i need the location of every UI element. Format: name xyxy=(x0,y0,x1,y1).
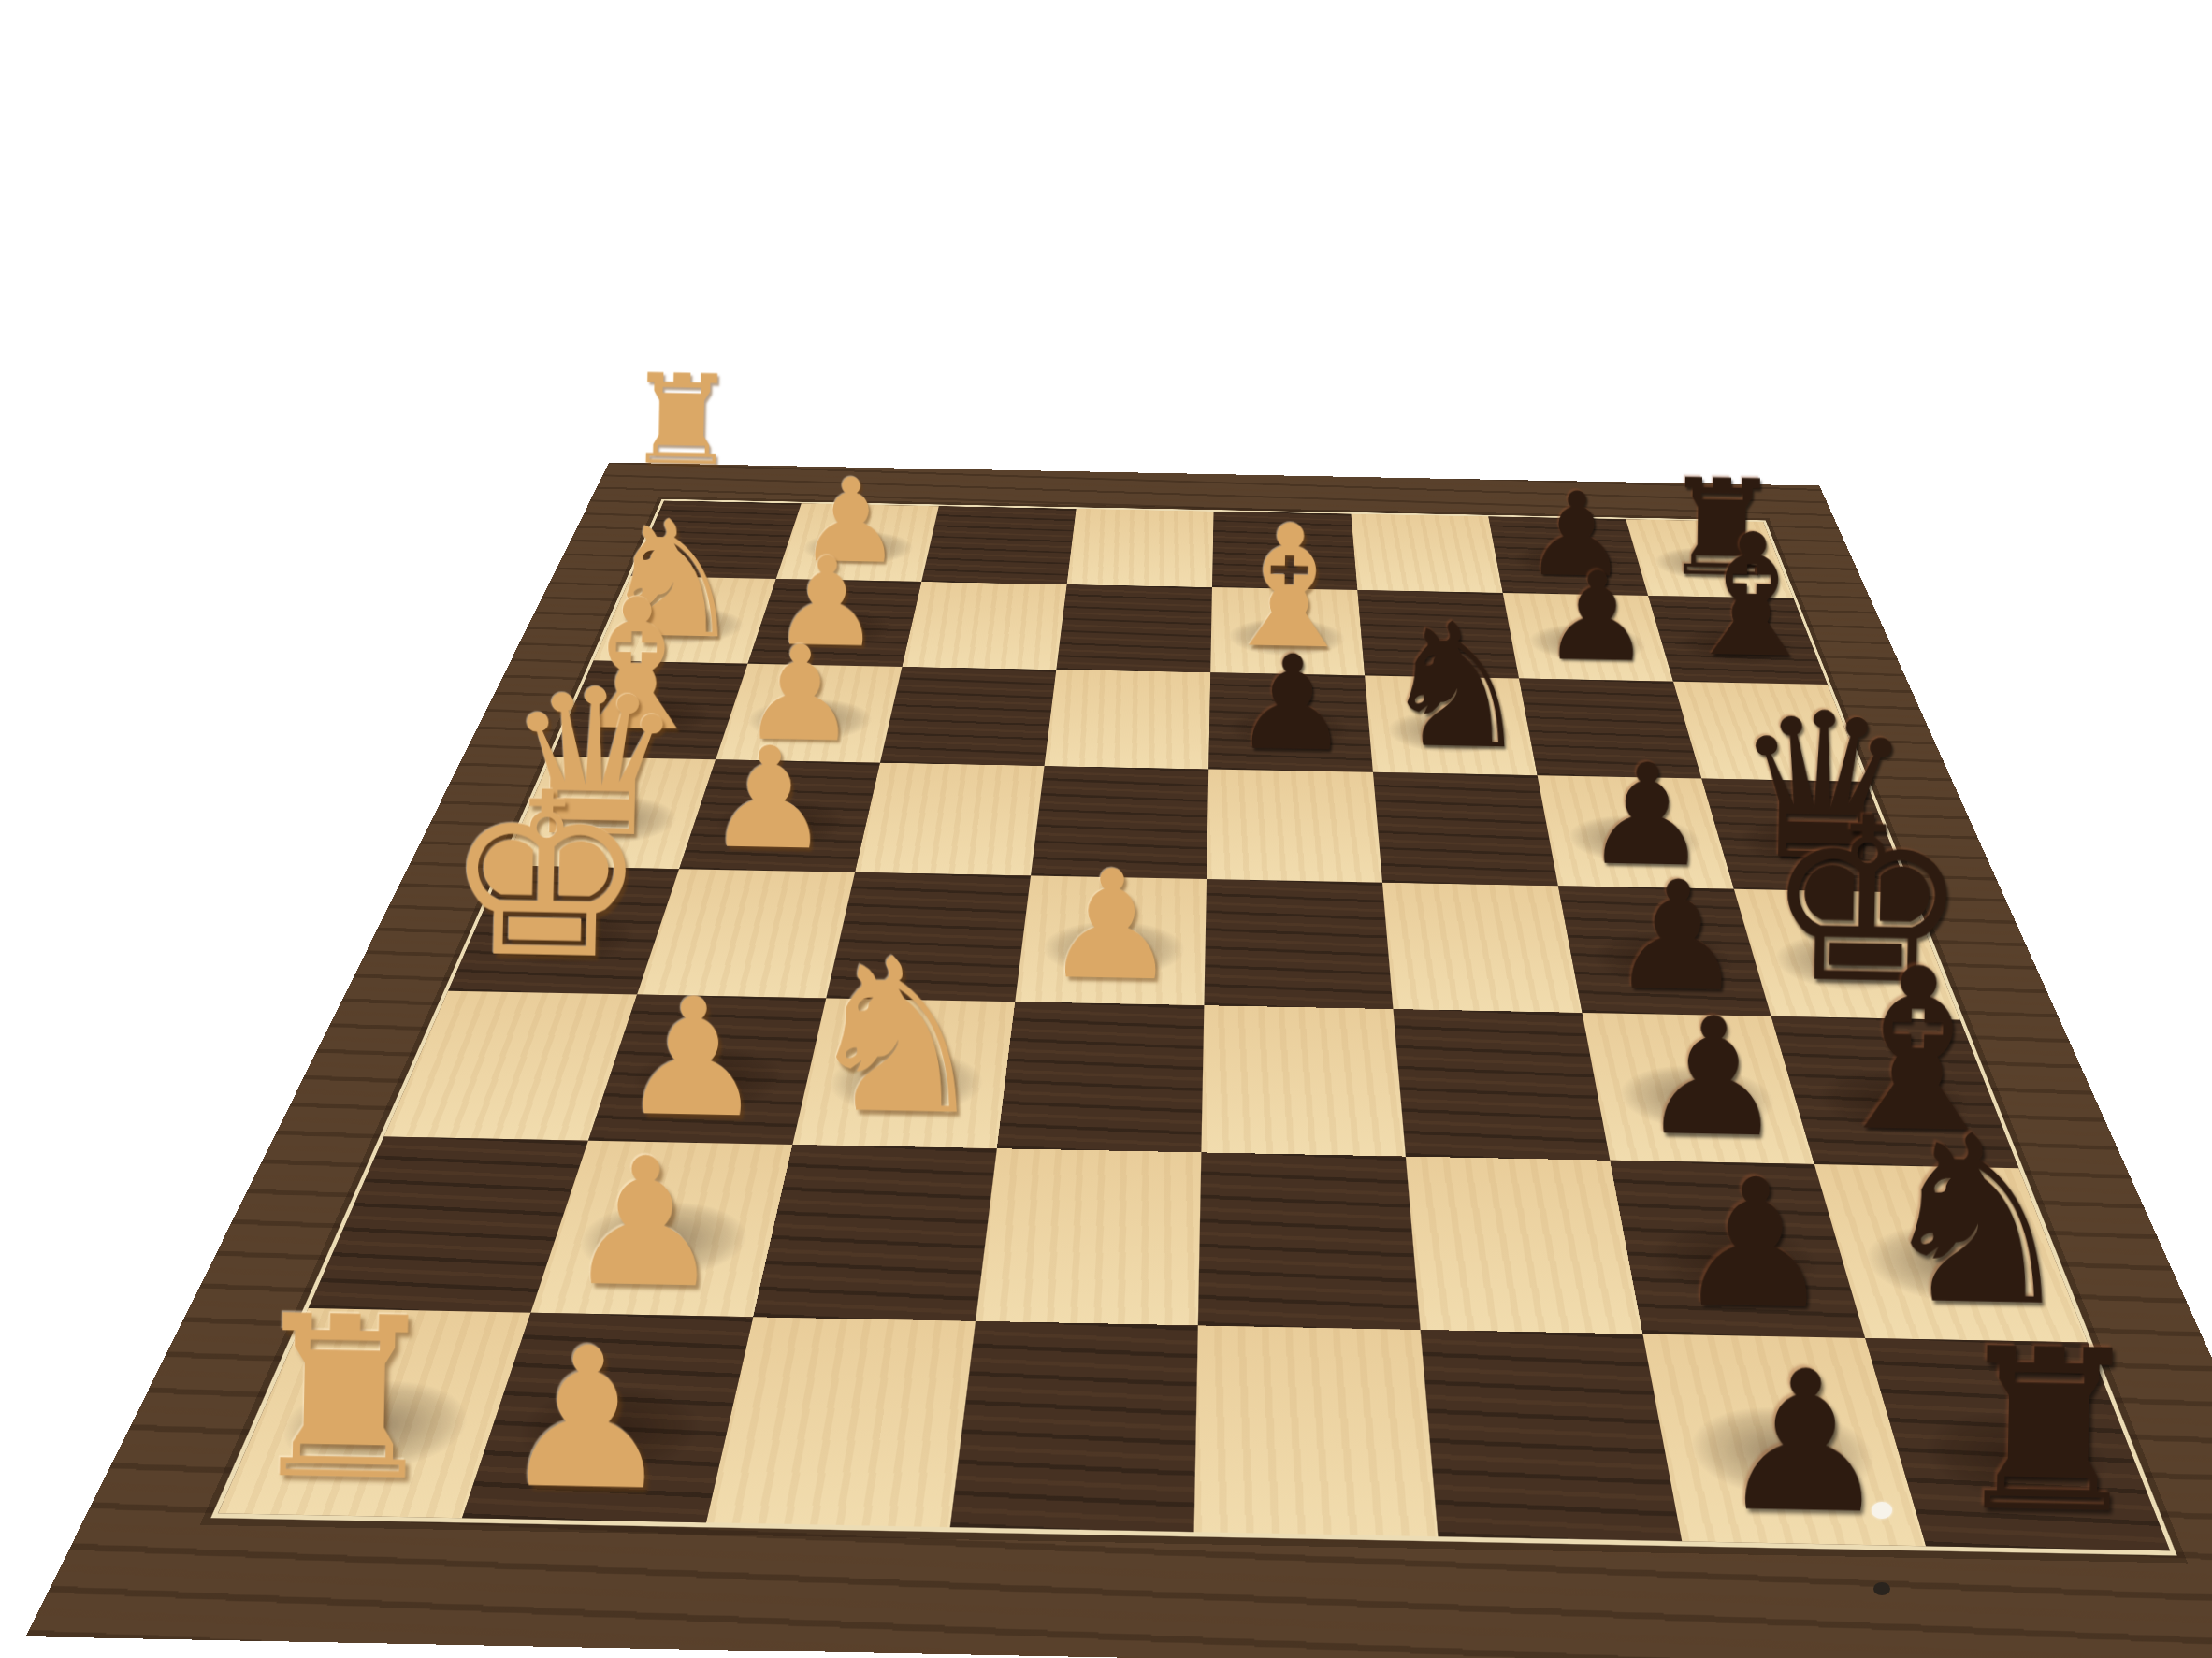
white-pawn-d2: ♟ xyxy=(705,727,833,869)
square-h6 xyxy=(1421,1330,1683,1541)
square-a4 xyxy=(1067,509,1214,587)
square-b3 xyxy=(902,582,1066,670)
square-g2: ♟ xyxy=(530,1141,792,1317)
square-d2: ♟ xyxy=(679,759,880,872)
square-e4: ♟ xyxy=(1015,875,1207,1005)
square-d3 xyxy=(855,763,1044,876)
white-pawn-e4: ♟ xyxy=(1042,849,1179,1002)
black-pawn-g7: ♟ xyxy=(1673,1154,1835,1334)
chess-photo-scene: ♟♟♜♞♟♝♟♝♝♟♟♞♛♟♟♛♚♟♟♚♟♞♟♝♟♟♞♜♟♟♜ ♜ xyxy=(0,0,2212,1658)
square-e5 xyxy=(1204,879,1393,1009)
square-g5 xyxy=(1198,1152,1421,1330)
square-a3 xyxy=(921,506,1076,584)
square-h3 xyxy=(706,1317,976,1527)
square-f4 xyxy=(997,1002,1205,1152)
square-g7: ♟ xyxy=(1610,1161,1865,1338)
square-c6: ♞ xyxy=(1365,675,1537,775)
square-c5: ♟ xyxy=(1208,672,1373,772)
square-c4 xyxy=(1045,670,1211,769)
square-h1: ♜ xyxy=(218,1308,530,1518)
white-pawn-h2: ♟ xyxy=(499,1319,676,1517)
square-f3: ♞ xyxy=(792,998,1015,1148)
white-pawn-f2: ♟ xyxy=(618,975,767,1141)
black-bishop-b8: ♝ xyxy=(1674,511,1829,683)
white-rook-h1: ♜ xyxy=(242,1287,446,1513)
black-pawn-h7: ♟ xyxy=(1715,1343,1893,1540)
white-rook-on-frame: ♜ xyxy=(625,358,738,484)
light-fleck xyxy=(1872,1502,1892,1519)
square-d5 xyxy=(1207,769,1382,882)
square-h2: ♟ xyxy=(462,1313,753,1523)
white-pawn-g2: ♟ xyxy=(564,1132,726,1313)
chess-board-squares: ♟♟♜♞♟♝♟♝♝♟♟♞♛♟♟♛♚♟♟♚♟♞♟♝♟♟♞♜♟♟♜ xyxy=(218,500,2170,1550)
black-pawn-f7: ♟ xyxy=(1639,995,1787,1161)
chess-board-frame: ♟♟♜♞♟♝♟♝♝♟♟♞♛♟♟♛♚♟♟♚♟♞♟♝♟♟♞♜♟♟♜ ♜ xyxy=(26,463,2212,1658)
white-king-e1: ♚ xyxy=(442,761,650,992)
black-pawn-c5: ♟ xyxy=(1232,637,1352,770)
square-f5 xyxy=(1201,1005,1405,1156)
black-rook-h8: ♜ xyxy=(1946,1319,2150,1546)
square-d6 xyxy=(1373,772,1558,886)
square-b4 xyxy=(1056,584,1212,672)
square-g4 xyxy=(976,1148,1201,1325)
board-tilt-wrapper: ♟♟♜♞♟♝♟♝♝♟♟♞♛♟♟♛♚♟♟♚♟♞♟♝♟♟♞♜♟♟♜ ♜ xyxy=(0,0,2212,1658)
square-g6 xyxy=(1406,1157,1643,1334)
square-h5 xyxy=(1194,1325,1439,1536)
square-g3 xyxy=(753,1145,997,1321)
square-f6 xyxy=(1393,1009,1610,1161)
dark-fleck xyxy=(1873,1582,1890,1595)
square-c3 xyxy=(880,667,1056,766)
square-h4 xyxy=(950,1321,1198,1532)
black-pawn-b7: ♟ xyxy=(1540,555,1653,680)
square-e6 xyxy=(1382,883,1583,1013)
white-knight-f3: ♞ xyxy=(800,929,994,1145)
black-knight-c6: ♞ xyxy=(1378,599,1535,773)
square-a6 xyxy=(1351,514,1502,593)
